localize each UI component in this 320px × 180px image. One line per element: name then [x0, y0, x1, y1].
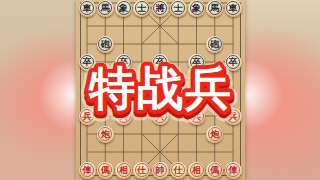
piece-red-soldier[interactable]: 兵 — [79, 108, 96, 125]
piece-label: 傌 — [98, 163, 112, 177]
piece-red-horse[interactable]: 傌 — [206, 162, 223, 179]
piece-black-elephant[interactable]: 象 — [188, 0, 205, 17]
piece-black-chariot[interactable]: 車 — [225, 0, 242, 17]
piece-red-chariot[interactable]: 俥 — [225, 162, 242, 179]
piece-black-soldier[interactable]: 卒 — [115, 54, 132, 71]
piece-label: 俥 — [226, 163, 240, 177]
piece-black-horse[interactable]: 馬 — [206, 0, 223, 17]
piece-black-advisor[interactable]: 士 — [133, 0, 150, 17]
piece-red-cannon[interactable]: 炮 — [97, 126, 114, 143]
video-frame: 車馬象士將士象馬車砲砲卒卒卒卒卒兵兵兵兵兵炮炮俥傌相仕帥仕相傌俥 特战兵 特战兵… — [0, 0, 320, 180]
piece-red-elephant[interactable]: 相 — [188, 162, 205, 179]
piece-red-horse[interactable]: 傌 — [97, 162, 114, 179]
piece-label: 卒 — [117, 55, 131, 69]
blurred-background-right — [245, 0, 320, 180]
piece-red-chariot[interactable]: 俥 — [79, 162, 96, 179]
piece-red-general[interactable]: 帥 — [152, 162, 169, 179]
piece-black-chariot[interactable]: 車 — [79, 0, 96, 17]
piece-label: 砲 — [208, 37, 222, 51]
piece-black-soldier[interactable]: 卒 — [152, 54, 169, 71]
piece-black-soldier[interactable]: 卒 — [79, 54, 96, 71]
piece-label: 馬 — [208, 1, 222, 15]
piece-label: 砲 — [98, 37, 112, 51]
piece-label: 馬 — [98, 1, 112, 15]
piece-label: 士 — [135, 1, 149, 15]
piece-red-advisor[interactable]: 仕 — [170, 162, 187, 179]
piece-label: 士 — [171, 1, 185, 15]
piece-label: 炮 — [98, 127, 112, 141]
piece-red-soldier[interactable]: 兵 — [115, 108, 132, 125]
piece-label: 卒 — [153, 55, 167, 69]
piece-red-cannon[interactable]: 炮 — [206, 126, 223, 143]
blurred-background-left — [0, 0, 76, 180]
piece-label: 仕 — [171, 163, 185, 177]
piece-black-general[interactable]: 將 — [152, 0, 169, 17]
piece-label: 俥 — [80, 163, 94, 177]
piece-black-elephant[interactable]: 象 — [115, 0, 132, 17]
piece-label: 車 — [80, 1, 94, 15]
piece-label: 卒 — [190, 55, 204, 69]
piece-label: 兵 — [226, 109, 240, 123]
piece-black-cannon[interactable]: 砲 — [97, 36, 114, 53]
piece-label: 卒 — [226, 55, 240, 69]
piece-label: 象 — [190, 1, 204, 15]
piece-label: 車 — [226, 1, 240, 15]
piece-label: 將 — [153, 1, 167, 15]
board-grid — [76, 0, 245, 180]
piece-red-soldier[interactable]: 兵 — [225, 108, 242, 125]
piece-label: 傌 — [208, 163, 222, 177]
xiangqi-board[interactable]: 車馬象士將士象馬車砲砲卒卒卒卒卒兵兵兵兵兵炮炮俥傌相仕帥仕相傌俥 — [76, 0, 245, 180]
piece-label: 卒 — [80, 55, 94, 69]
piece-black-horse[interactable]: 馬 — [97, 0, 114, 17]
piece-label: 兵 — [190, 109, 204, 123]
piece-red-soldier[interactable]: 兵 — [188, 108, 205, 125]
piece-red-advisor[interactable]: 仕 — [133, 162, 150, 179]
piece-label: 相 — [117, 163, 131, 177]
piece-label: 兵 — [80, 109, 94, 123]
piece-red-soldier[interactable]: 兵 — [152, 108, 169, 125]
piece-black-soldier[interactable]: 卒 — [225, 54, 242, 71]
piece-black-advisor[interactable]: 士 — [170, 0, 187, 17]
piece-label: 帥 — [153, 163, 167, 177]
piece-label: 仕 — [135, 163, 149, 177]
piece-black-cannon[interactable]: 砲 — [206, 36, 223, 53]
piece-label: 兵 — [117, 109, 131, 123]
piece-black-soldier[interactable]: 卒 — [188, 54, 205, 71]
piece-label: 相 — [190, 163, 204, 177]
piece-label: 炮 — [208, 127, 222, 141]
piece-red-elephant[interactable]: 相 — [115, 162, 132, 179]
piece-label: 象 — [117, 1, 131, 15]
piece-label: 兵 — [153, 109, 167, 123]
